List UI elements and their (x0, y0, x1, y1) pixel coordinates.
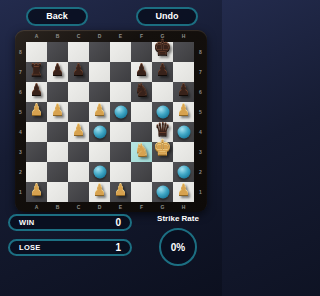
square-h2[interactable] (173, 162, 194, 182)
white-pawn-d1[interactable]: ♟ (93, 183, 106, 198)
square-a2[interactable] (26, 162, 47, 182)
black-pawn-g7[interactable]: ♟ (156, 63, 169, 78)
square-f2[interactable] (131, 162, 152, 182)
file-label-top-a: A (26, 31, 47, 41)
rank-label-left-4: 4 (16, 122, 25, 142)
square-c2[interactable] (68, 162, 89, 182)
rank-label-left-8: 8 (16, 42, 25, 62)
black-knight-f6[interactable]: ♞ (134, 82, 149, 99)
square-a1[interactable]: ♟ (26, 182, 47, 202)
rank-label-right-4: 4 (196, 122, 205, 142)
square-g8[interactable]: ♚ (152, 42, 173, 62)
black-pawn-a6[interactable]: ♟ (30, 83, 43, 98)
white-knight-f3[interactable]: ♞ (134, 142, 149, 159)
white-pawn-c4[interactable]: ♟ (72, 123, 85, 138)
square-e7[interactable] (110, 62, 131, 82)
square-e2[interactable] (110, 162, 131, 182)
square-g7[interactable]: ♟ (152, 62, 173, 82)
lose-counter: LOSE 1 (8, 239, 132, 256)
square-b4[interactable] (47, 122, 68, 142)
strike-rate-badge: 0% (159, 228, 197, 266)
square-e4[interactable] (110, 122, 131, 142)
rank-label-left-7: 7 (16, 62, 25, 82)
rank-label-left-6: 6 (16, 82, 25, 102)
square-e3[interactable] (110, 142, 131, 162)
move-dot-e5[interactable] (114, 106, 127, 119)
stats-panel: WIN 0 LOSE 1 Strike Rate 0% (0, 211, 222, 296)
square-a3[interactable] (26, 142, 47, 162)
black-pawn-h6[interactable]: ♟ (177, 83, 190, 98)
square-f3[interactable]: ♞ (131, 142, 152, 162)
rank-label-left-5: 5 (16, 102, 25, 122)
square-h3[interactable] (173, 142, 194, 162)
square-h8[interactable] (173, 42, 194, 62)
square-d2[interactable] (89, 162, 110, 182)
square-g6[interactable] (152, 82, 173, 102)
square-d6[interactable] (89, 82, 110, 102)
square-e5[interactable] (110, 102, 131, 122)
black-rook-a7[interactable]: ♜ (29, 63, 43, 79)
lose-label: LOSE (19, 243, 41, 252)
rank-labels-right: 87654321 (196, 42, 205, 202)
file-label-top-e: E (110, 31, 131, 41)
rank-label-right-2: 2 (196, 162, 205, 182)
white-pawn-a1[interactable]: ♟ (30, 183, 43, 198)
square-b6[interactable] (47, 82, 68, 102)
square-d5[interactable]: ♟ (89, 102, 110, 122)
square-c5[interactable] (68, 102, 89, 122)
square-h1[interactable]: ♟ (173, 182, 194, 202)
square-g2[interactable] (152, 162, 173, 182)
lose-value: 1 (115, 242, 121, 253)
black-pawn-b7[interactable]: ♟ (51, 63, 64, 78)
square-e8[interactable] (110, 42, 131, 62)
square-a6[interactable]: ♟ (26, 82, 47, 102)
black-pawn-f7[interactable]: ♟ (135, 63, 148, 78)
rank-label-right-1: 1 (196, 182, 205, 202)
move-dot-d4[interactable] (93, 126, 106, 139)
rank-label-right-5: 5 (196, 102, 205, 122)
square-c1[interactable] (68, 182, 89, 202)
black-pawn-c7[interactable]: ♟ (72, 63, 85, 78)
file-label-top-f: F (131, 31, 152, 41)
square-d1[interactable]: ♟ (89, 182, 110, 202)
undo-button[interactable]: Undo (136, 7, 198, 26)
square-a5[interactable]: ♟ (26, 102, 47, 122)
square-d8[interactable] (89, 42, 110, 62)
square-d3[interactable] (89, 142, 110, 162)
move-dot-h4[interactable] (177, 126, 190, 139)
square-d4[interactable] (89, 122, 110, 142)
win-counter: WIN 0 (8, 214, 132, 231)
white-pawn-b5[interactable]: ♟ (51, 103, 64, 118)
chess-board: ABCDEFGH ABCDEFGH 87654321 87654321 ♚♜♟♟… (15, 30, 207, 212)
square-c3[interactable] (68, 142, 89, 162)
move-dot-g5[interactable] (156, 106, 169, 119)
strike-rate-value: 0% (171, 242, 185, 253)
square-f4[interactable] (131, 122, 152, 142)
rank-label-left-1: 1 (16, 182, 25, 202)
rank-label-left-2: 2 (16, 162, 25, 182)
square-a7[interactable]: ♜ (26, 62, 47, 82)
win-label: WIN (19, 218, 34, 227)
square-b7[interactable]: ♟ (47, 62, 68, 82)
file-label-top-c: C (68, 31, 89, 41)
rank-label-right-7: 7 (196, 62, 205, 82)
move-dot-h2[interactable] (177, 166, 190, 179)
square-b2[interactable] (47, 162, 68, 182)
win-value: 0 (115, 217, 121, 228)
square-h4[interactable] (173, 122, 194, 142)
square-h5[interactable]: ♟ (173, 102, 194, 122)
strike-rate-label: Strike Rate (140, 214, 216, 223)
square-a4[interactable] (26, 122, 47, 142)
square-c8[interactable] (68, 42, 89, 62)
square-h7[interactable] (173, 62, 194, 82)
rank-label-right-6: 6 (196, 82, 205, 102)
top-bar: Back Undo (0, 7, 222, 27)
white-pawn-d5[interactable]: ♟ (93, 103, 106, 118)
square-f1[interactable] (131, 182, 152, 202)
square-c7[interactable]: ♟ (68, 62, 89, 82)
white-pawn-e1[interactable]: ♟ (114, 183, 127, 198)
rank-label-left-3: 3 (16, 142, 25, 162)
square-g3[interactable]: ♚ (152, 142, 173, 162)
square-b5[interactable]: ♟ (47, 102, 68, 122)
square-b3[interactable] (47, 142, 68, 162)
file-label-top-h: H (173, 31, 194, 41)
board-grid: ♚♜♟♟♟♟♟♞♟♟♟♟♟♟♛♞♚♟♟♟♟ (26, 42, 194, 202)
rank-label-right-3: 3 (196, 142, 205, 162)
move-dot-d2[interactable] (93, 166, 106, 179)
square-e6[interactable] (110, 82, 131, 102)
rank-labels-left: 87654321 (16, 42, 25, 202)
square-c6[interactable] (68, 82, 89, 102)
square-c4[interactable]: ♟ (68, 122, 89, 142)
file-label-top-d: D (89, 31, 110, 41)
back-button[interactable]: Back (26, 7, 88, 26)
square-e1[interactable]: ♟ (110, 182, 131, 202)
move-dot-g1[interactable] (156, 186, 169, 199)
black-king-g8[interactable]: ♚ (153, 38, 172, 59)
white-pawn-h1[interactable]: ♟ (177, 183, 190, 198)
file-label-top-b: B (47, 31, 68, 41)
square-f7[interactable]: ♟ (131, 62, 152, 82)
square-b8[interactable] (47, 42, 68, 62)
white-king-g3[interactable]: ♚ (153, 138, 172, 159)
square-a8[interactable] (26, 42, 47, 62)
white-pawn-h5[interactable]: ♟ (177, 103, 190, 118)
white-pawn-a5[interactable]: ♟ (30, 103, 43, 118)
square-b1[interactable] (47, 182, 68, 202)
square-f8[interactable] (131, 42, 152, 62)
square-f6[interactable]: ♞ (131, 82, 152, 102)
rank-label-right-8: 8 (196, 42, 205, 62)
square-f5[interactable] (131, 102, 152, 122)
square-g1[interactable] (152, 182, 173, 202)
square-d7[interactable] (89, 62, 110, 82)
square-h6[interactable]: ♟ (173, 82, 194, 102)
